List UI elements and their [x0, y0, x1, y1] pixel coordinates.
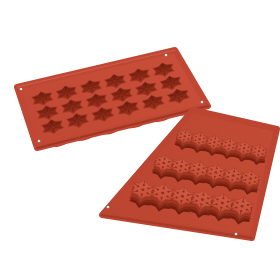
bump-pattern-arm-line: [240, 212, 241, 215]
pinhole: [106, 205, 109, 208]
bump-pattern-arm-line: [181, 202, 182, 205]
pinhole: [164, 53, 167, 56]
pinhole: [19, 87, 22, 90]
bump-pattern-arm-line: [204, 191, 205, 194]
mold-flipped-bump-side: [102, 110, 277, 238]
product-photo-frame: [0, 0, 280, 280]
pinhole: [200, 100, 203, 103]
bump-pattern-arm-line: [141, 196, 142, 199]
bump-pattern-arm-line: [161, 199, 162, 202]
bump-pattern-arm-line: [201, 206, 202, 209]
bump-pattern-arm-line: [144, 181, 145, 184]
bump-pattern-arm-line: [164, 184, 165, 187]
pinhole: [37, 139, 40, 142]
bump-pattern-arm-line: [220, 209, 221, 212]
bump-pattern-arm-line: [243, 198, 244, 201]
bump-pattern-arm-line: [224, 194, 225, 197]
pinhole: [234, 232, 237, 235]
silicone-snowflake-mold-photo: [0, 0, 280, 280]
bump-pattern-arm-line: [184, 188, 185, 191]
